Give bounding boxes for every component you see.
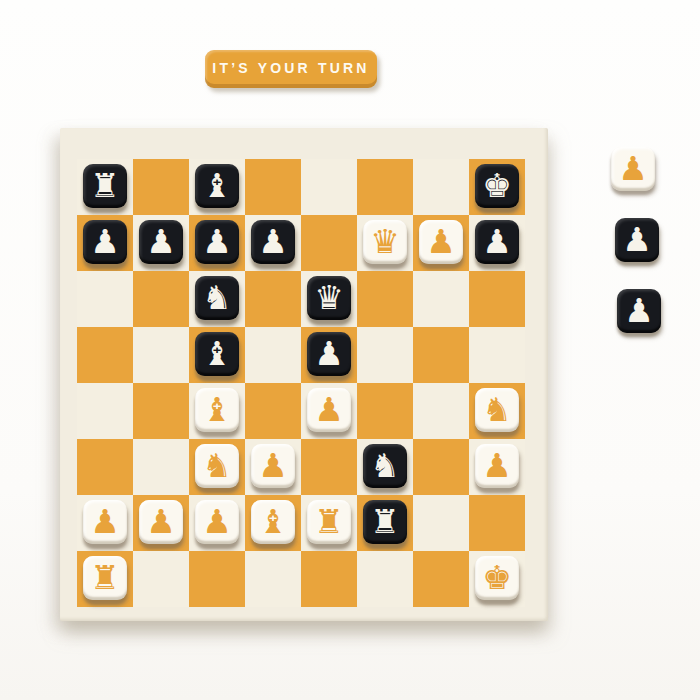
square-e8[interactable] — [301, 159, 357, 215]
piece-black-bishop-c8[interactable]: ♝ — [195, 164, 239, 208]
square-b6[interactable] — [133, 271, 189, 327]
square-d3[interactable]: ♟ — [245, 439, 301, 495]
square-c3[interactable]: ♞ — [189, 439, 245, 495]
piece-black-pawn-c7[interactable]: ♟ — [195, 220, 239, 264]
piece-black-pawn-d7[interactable]: ♟ — [251, 220, 295, 264]
square-a8[interactable]: ♜ — [77, 159, 133, 215]
white-king-icon: ♚ — [482, 561, 512, 594]
black-rook-icon: ♜ — [90, 169, 120, 202]
turn-banner: IT’S YOUR TURN — [205, 50, 377, 88]
square-h4[interactable]: ♞ — [469, 383, 525, 439]
captured-white-pawn-1[interactable]: ♟ — [611, 147, 655, 191]
piece-black-rook-a8[interactable]: ♜ — [83, 164, 127, 208]
square-g4[interactable] — [413, 383, 469, 439]
square-g7[interactable]: ♟ — [413, 215, 469, 271]
white-pawn-icon: ♟ — [258, 449, 288, 482]
black-knight-icon: ♞ — [202, 281, 232, 314]
piece-white-king-h1[interactable]: ♚ — [475, 556, 519, 600]
square-d1[interactable] — [245, 551, 301, 607]
piece-black-pawn-b7[interactable]: ♟ — [139, 220, 183, 264]
square-h8[interactable]: ♚ — [469, 159, 525, 215]
piece-white-pawn-g7[interactable]: ♟ — [419, 220, 463, 264]
square-f3[interactable]: ♞ — [357, 439, 413, 495]
black-pawn-icon: ♟ — [622, 223, 652, 256]
black-pawn-icon: ♟ — [146, 225, 176, 258]
square-g6[interactable] — [413, 271, 469, 327]
square-c8[interactable]: ♝ — [189, 159, 245, 215]
square-f5[interactable] — [357, 327, 413, 383]
piece-black-bishop-c5[interactable]: ♝ — [195, 332, 239, 376]
piece-white-pawn-h3[interactable]: ♟ — [475, 444, 519, 488]
square-e6[interactable]: ♛ — [301, 271, 357, 327]
square-b4[interactable] — [133, 383, 189, 439]
square-g3[interactable] — [413, 439, 469, 495]
square-f1[interactable] — [357, 551, 413, 607]
square-c7[interactable]: ♟ — [189, 215, 245, 271]
square-d4[interactable] — [245, 383, 301, 439]
square-c1[interactable] — [189, 551, 245, 607]
white-knight-icon: ♞ — [202, 449, 232, 482]
black-pawn-icon: ♟ — [202, 225, 232, 258]
piece-white-pawn-a2[interactable]: ♟ — [83, 500, 127, 544]
square-b2[interactable]: ♟ — [133, 495, 189, 551]
square-f7[interactable]: ♛ — [357, 215, 413, 271]
piece-black-queen-e6[interactable]: ♛ — [307, 276, 351, 320]
piece-white-bishop-d2[interactable]: ♝ — [251, 500, 295, 544]
white-pawn-icon: ♟ — [314, 393, 344, 426]
captured-tray: ♟♟♟ — [611, 147, 661, 333]
turn-banner-label: IT’S YOUR TURN — [212, 60, 369, 76]
piece-white-pawn-b2[interactable]: ♟ — [139, 500, 183, 544]
white-queen-icon: ♛ — [370, 225, 400, 258]
white-pawn-icon: ♟ — [202, 505, 232, 538]
square-b1[interactable] — [133, 551, 189, 607]
square-a4[interactable] — [77, 383, 133, 439]
square-c5[interactable]: ♝ — [189, 327, 245, 383]
square-g5[interactable] — [413, 327, 469, 383]
white-pawn-icon: ♟ — [146, 505, 176, 538]
captured-black-pawn-3[interactable]: ♟ — [617, 289, 661, 333]
square-c4[interactable]: ♝ — [189, 383, 245, 439]
square-b3[interactable] — [133, 439, 189, 495]
piece-white-pawn-e4[interactable]: ♟ — [307, 388, 351, 432]
piece-black-pawn-a7[interactable]: ♟ — [83, 220, 127, 264]
white-pawn-icon: ♟ — [482, 449, 512, 482]
square-g8[interactable] — [413, 159, 469, 215]
square-f8[interactable] — [357, 159, 413, 215]
square-c6[interactable]: ♞ — [189, 271, 245, 327]
white-bishop-icon: ♝ — [202, 393, 232, 426]
black-pawn-icon: ♟ — [90, 225, 120, 258]
square-e2[interactable]: ♜ — [301, 495, 357, 551]
black-bishop-icon: ♝ — [202, 169, 232, 202]
black-bishop-icon: ♝ — [202, 337, 232, 370]
white-rook-icon: ♜ — [90, 561, 120, 594]
black-pawn-icon: ♟ — [258, 225, 288, 258]
square-c2[interactable]: ♟ — [189, 495, 245, 551]
piece-white-queen-f7[interactable]: ♛ — [363, 220, 407, 264]
square-b7[interactable]: ♟ — [133, 215, 189, 271]
piece-black-knight-f3[interactable]: ♞ — [363, 444, 407, 488]
square-f2[interactable]: ♜ — [357, 495, 413, 551]
piece-white-rook-e2[interactable]: ♜ — [307, 500, 351, 544]
piece-white-knight-c3[interactable]: ♞ — [195, 444, 239, 488]
square-h2[interactable] — [469, 495, 525, 551]
square-e7[interactable] — [301, 215, 357, 271]
white-pawn-icon: ♟ — [426, 225, 456, 258]
square-f4[interactable] — [357, 383, 413, 439]
square-d7[interactable]: ♟ — [245, 215, 301, 271]
black-king-icon: ♚ — [482, 169, 512, 202]
white-bishop-icon: ♝ — [258, 505, 288, 538]
piece-black-king-h8[interactable]: ♚ — [475, 164, 519, 208]
piece-white-rook-a1[interactable]: ♜ — [83, 556, 127, 600]
square-a5[interactable] — [77, 327, 133, 383]
piece-black-knight-c6[interactable]: ♞ — [195, 276, 239, 320]
square-a7[interactable]: ♟ — [77, 215, 133, 271]
square-e1[interactable] — [301, 551, 357, 607]
piece-white-bishop-c4[interactable]: ♝ — [195, 388, 239, 432]
black-pawn-icon: ♟ — [482, 225, 512, 258]
piece-white-pawn-c2[interactable]: ♟ — [195, 500, 239, 544]
square-e5[interactable]: ♟ — [301, 327, 357, 383]
black-queen-icon: ♛ — [314, 281, 344, 314]
white-pawn-icon: ♟ — [618, 152, 648, 185]
black-pawn-icon: ♟ — [624, 294, 654, 327]
piece-black-pawn-h7[interactable]: ♟ — [475, 220, 519, 264]
square-d8[interactable] — [245, 159, 301, 215]
piece-black-rook-f2[interactable]: ♜ — [363, 500, 407, 544]
piece-white-knight-h4[interactable]: ♞ — [475, 388, 519, 432]
black-rook-icon: ♜ — [370, 505, 400, 538]
square-h6[interactable] — [469, 271, 525, 327]
square-e4[interactable]: ♟ — [301, 383, 357, 439]
captured-black-pawn-2[interactable]: ♟ — [615, 218, 659, 262]
square-h7[interactable]: ♟ — [469, 215, 525, 271]
square-a1[interactable]: ♜ — [77, 551, 133, 607]
white-pawn-icon: ♟ — [90, 505, 120, 538]
black-pawn-icon: ♟ — [314, 337, 344, 370]
white-knight-icon: ♞ — [482, 393, 512, 426]
square-b8[interactable] — [133, 159, 189, 215]
square-e3[interactable] — [301, 439, 357, 495]
square-f6[interactable] — [357, 271, 413, 327]
square-h3[interactable]: ♟ — [469, 439, 525, 495]
piece-white-pawn-d3[interactable]: ♟ — [251, 444, 295, 488]
square-a6[interactable] — [77, 271, 133, 327]
square-g2[interactable] — [413, 495, 469, 551]
square-d6[interactable] — [245, 271, 301, 327]
square-g1[interactable] — [413, 551, 469, 607]
square-a2[interactable]: ♟ — [77, 495, 133, 551]
square-h1[interactable]: ♚ — [469, 551, 525, 607]
white-rook-icon: ♜ — [314, 505, 344, 538]
square-h5[interactable] — [469, 327, 525, 383]
square-d5[interactable] — [245, 327, 301, 383]
board-grid: ♜♝♚♟♟♟♟♛♟♟♞♛♝♟♝♟♞♞♟♞♟♟♟♟♝♜♜♜♚ — [77, 159, 525, 607]
square-d2[interactable]: ♝ — [245, 495, 301, 551]
square-b5[interactable] — [133, 327, 189, 383]
chess-board: ♜♝♚♟♟♟♟♛♟♟♞♛♝♟♝♟♞♞♟♞♟♟♟♟♝♜♜♜♚ — [60, 128, 548, 621]
black-knight-icon: ♞ — [370, 449, 400, 482]
piece-black-pawn-e5[interactable]: ♟ — [307, 332, 351, 376]
photo-stage: IT’S YOUR TURN ♜♝♚♟♟♟♟♛♟♟♞♛♝♟♝♟♞♞♟♞♟♟♟♟♝… — [0, 0, 700, 700]
square-a3[interactable] — [77, 439, 133, 495]
